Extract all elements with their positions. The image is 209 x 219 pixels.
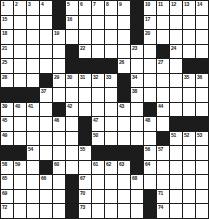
cell[interactable] bbox=[79, 30, 91, 44]
cell[interactable]: 70 bbox=[79, 190, 91, 204]
black-cell bbox=[66, 59, 78, 73]
cell[interactable] bbox=[105, 45, 117, 59]
clue-number: 55 bbox=[80, 146, 85, 152]
cell[interactable]: 39 bbox=[1, 103, 13, 117]
black-cell bbox=[118, 146, 130, 160]
cell[interactable] bbox=[196, 16, 208, 30]
cell[interactable] bbox=[105, 175, 117, 189]
cell[interactable] bbox=[92, 175, 104, 189]
black-cell bbox=[144, 204, 156, 218]
cell[interactable]: 25 bbox=[1, 59, 13, 73]
cell[interactable] bbox=[105, 103, 117, 117]
cell[interactable]: 31 bbox=[79, 74, 91, 88]
cell[interactable] bbox=[92, 103, 104, 117]
clue-number: 52 bbox=[184, 132, 189, 138]
cell[interactable] bbox=[131, 103, 143, 117]
clue-number: 21 bbox=[2, 45, 7, 51]
clue-number: 13 bbox=[184, 1, 189, 7]
cell[interactable]: 48 bbox=[144, 117, 156, 131]
cell[interactable]: 9 bbox=[118, 1, 130, 15]
cell[interactable] bbox=[183, 204, 195, 218]
cell[interactable] bbox=[196, 30, 208, 44]
clue-number: 7 bbox=[93, 1, 96, 7]
cell[interactable] bbox=[14, 30, 26, 44]
clue-number: 16 bbox=[67, 16, 72, 22]
cell[interactable] bbox=[183, 190, 195, 204]
black-cell bbox=[27, 88, 39, 102]
cell[interactable]: 51 bbox=[170, 132, 182, 146]
black-cell bbox=[79, 132, 91, 146]
cell[interactable] bbox=[144, 132, 156, 146]
clue-number: 58 bbox=[2, 161, 7, 167]
clue-number: 11 bbox=[158, 1, 163, 7]
black-cell bbox=[92, 146, 104, 160]
black-cell bbox=[1, 146, 13, 160]
cell[interactable]: 59 bbox=[14, 161, 26, 175]
black-cell bbox=[66, 190, 78, 204]
black-cell bbox=[53, 103, 65, 117]
clue-number: 68 bbox=[132, 175, 137, 181]
cell[interactable] bbox=[105, 132, 117, 146]
cell[interactable] bbox=[131, 204, 143, 218]
cell[interactable]: 63 bbox=[118, 161, 130, 175]
cell[interactable]: 30 bbox=[66, 74, 78, 88]
cell[interactable]: 57 bbox=[157, 146, 169, 160]
cell[interactable] bbox=[157, 117, 169, 131]
cell[interactable] bbox=[27, 175, 39, 189]
clue-number: 64 bbox=[145, 161, 150, 167]
clue-number: 6 bbox=[80, 1, 83, 7]
clue-number: 17 bbox=[145, 16, 150, 22]
cell[interactable] bbox=[53, 88, 65, 102]
cell[interactable] bbox=[170, 103, 182, 117]
cell[interactable] bbox=[53, 175, 65, 189]
cell[interactable] bbox=[183, 88, 195, 102]
cell[interactable] bbox=[14, 132, 26, 146]
clue-number: 48 bbox=[145, 117, 150, 123]
clue-number: 49 bbox=[2, 132, 7, 138]
cell[interactable] bbox=[157, 16, 169, 30]
cell[interactable]: 44 bbox=[157, 103, 169, 117]
cell[interactable]: 20 bbox=[144, 30, 156, 44]
cell[interactable] bbox=[157, 74, 169, 88]
cell[interactable]: 73 bbox=[79, 204, 91, 218]
clue-number: 67 bbox=[80, 175, 85, 181]
cell[interactable]: 21 bbox=[1, 45, 13, 59]
black-cell bbox=[92, 59, 104, 73]
cell[interactable] bbox=[170, 204, 182, 218]
cell[interactable] bbox=[92, 88, 104, 102]
cell[interactable] bbox=[92, 16, 104, 30]
clue-number: 30 bbox=[67, 74, 72, 80]
cell[interactable] bbox=[183, 30, 195, 44]
cell[interactable] bbox=[27, 132, 39, 146]
cell[interactable]: 16 bbox=[66, 16, 78, 30]
cell[interactable]: 43 bbox=[118, 103, 130, 117]
black-cell bbox=[157, 132, 169, 146]
clue-number: 66 bbox=[41, 175, 46, 181]
cell[interactable] bbox=[170, 146, 182, 160]
cell[interactable] bbox=[79, 16, 91, 30]
cell[interactable]: 1 bbox=[1, 1, 13, 15]
black-cell bbox=[118, 88, 130, 102]
black-cell bbox=[118, 74, 130, 88]
black-cell bbox=[66, 45, 78, 59]
clue-number: 29 bbox=[54, 74, 59, 80]
cell[interactable] bbox=[170, 88, 182, 102]
black-cell bbox=[53, 1, 65, 15]
cell[interactable] bbox=[40, 59, 52, 73]
cell[interactable] bbox=[196, 103, 208, 117]
cell[interactable]: 10 bbox=[144, 1, 156, 15]
cell[interactable]: 56 bbox=[144, 146, 156, 160]
clue-number: 74 bbox=[158, 204, 163, 210]
cell[interactable]: 38 bbox=[131, 88, 143, 102]
cell[interactable]: 53 bbox=[196, 132, 208, 146]
cell[interactable] bbox=[105, 16, 117, 30]
black-cell bbox=[40, 161, 52, 175]
crossword-board: 1234567891011121314151617181920212223242… bbox=[0, 0, 209, 219]
cell[interactable] bbox=[157, 175, 169, 189]
clue-number: 8 bbox=[106, 1, 109, 7]
cell[interactable]: 42 bbox=[66, 103, 78, 117]
cell[interactable]: 23 bbox=[131, 45, 143, 59]
cell[interactable] bbox=[14, 74, 26, 88]
cell[interactable]: 40 bbox=[14, 103, 26, 117]
cell[interactable] bbox=[14, 45, 26, 59]
cell[interactable]: 50 bbox=[92, 132, 104, 146]
clue-number: 42 bbox=[67, 103, 72, 109]
cell[interactable] bbox=[183, 161, 195, 175]
cell[interactable]: 69 bbox=[1, 190, 13, 204]
cell[interactable]: 12 bbox=[170, 1, 182, 15]
cell[interactable]: 62 bbox=[105, 161, 117, 175]
black-cell bbox=[14, 146, 26, 160]
cell[interactable] bbox=[40, 146, 52, 160]
clue-number: 32 bbox=[93, 74, 98, 80]
cell[interactable] bbox=[183, 146, 195, 160]
black-cell bbox=[14, 88, 26, 102]
cell[interactable] bbox=[40, 30, 52, 44]
cell[interactable]: 68 bbox=[131, 175, 143, 189]
cell[interactable]: 28 bbox=[1, 74, 13, 88]
black-cell bbox=[131, 30, 143, 44]
clue-number: 3 bbox=[28, 1, 31, 7]
cell[interactable] bbox=[170, 190, 182, 204]
cell[interactable]: 72 bbox=[1, 204, 13, 218]
cell[interactable] bbox=[14, 204, 26, 218]
cell[interactable] bbox=[105, 117, 117, 131]
cell[interactable] bbox=[118, 190, 130, 204]
black-cell bbox=[183, 117, 195, 131]
cell[interactable] bbox=[66, 161, 78, 175]
cell[interactable] bbox=[196, 45, 208, 59]
clue-number: 1 bbox=[2, 1, 5, 7]
cell[interactable]: 6 bbox=[79, 1, 91, 15]
cell[interactable] bbox=[14, 59, 26, 73]
clue-number: 65 bbox=[2, 175, 7, 181]
black-cell bbox=[66, 175, 78, 189]
clue-number: 27 bbox=[158, 59, 163, 65]
clue-number: 37 bbox=[41, 88, 46, 94]
cell[interactable] bbox=[196, 88, 208, 102]
cell[interactable] bbox=[118, 204, 130, 218]
cell[interactable]: 22 bbox=[79, 45, 91, 59]
cell[interactable] bbox=[105, 190, 117, 204]
cell[interactable]: 13 bbox=[183, 1, 195, 15]
cell[interactable]: 18 bbox=[1, 30, 13, 44]
clue-number: 44 bbox=[158, 103, 163, 109]
clue-number: 18 bbox=[2, 30, 7, 36]
cell[interactable] bbox=[53, 190, 65, 204]
cell[interactable] bbox=[170, 74, 182, 88]
cell[interactable] bbox=[40, 204, 52, 218]
cell[interactable] bbox=[53, 45, 65, 59]
cell[interactable] bbox=[118, 45, 130, 59]
cell[interactable] bbox=[92, 190, 104, 204]
clue-number: 14 bbox=[197, 1, 202, 7]
cell[interactable] bbox=[27, 74, 39, 88]
cell[interactable]: 54 bbox=[27, 146, 39, 160]
cell[interactable] bbox=[53, 204, 65, 218]
cell[interactable]: 58 bbox=[1, 161, 13, 175]
cell[interactable] bbox=[66, 117, 78, 131]
cell[interactable]: 17 bbox=[144, 16, 156, 30]
clue-number: 43 bbox=[119, 103, 124, 109]
black-cell bbox=[131, 16, 143, 30]
cell[interactable]: 35 bbox=[183, 74, 195, 88]
cell[interactable] bbox=[27, 30, 39, 44]
cell[interactable]: 64 bbox=[144, 161, 156, 175]
cell[interactable] bbox=[144, 175, 156, 189]
cell[interactable]: 34 bbox=[131, 74, 143, 88]
cell[interactable] bbox=[170, 175, 182, 189]
clue-number: 72 bbox=[2, 204, 7, 210]
clue-number: 35 bbox=[184, 74, 189, 80]
cell[interactable] bbox=[183, 175, 195, 189]
cell[interactable]: 52 bbox=[183, 132, 195, 146]
cell[interactable]: 65 bbox=[1, 175, 13, 189]
cell[interactable] bbox=[92, 204, 104, 218]
black-cell bbox=[105, 146, 117, 160]
clue-number: 70 bbox=[80, 190, 85, 196]
cell[interactable] bbox=[66, 30, 78, 44]
black-cell bbox=[196, 117, 208, 131]
clue-number: 41 bbox=[28, 103, 33, 109]
cell[interactable] bbox=[27, 190, 39, 204]
cell[interactable]: 24 bbox=[170, 45, 182, 59]
cell[interactable] bbox=[40, 117, 52, 131]
cell[interactable] bbox=[196, 161, 208, 175]
cell[interactable] bbox=[118, 175, 130, 189]
cell[interactable] bbox=[66, 132, 78, 146]
clue-number: 69 bbox=[2, 190, 7, 196]
black-cell bbox=[131, 161, 143, 175]
clue-number: 45 bbox=[2, 117, 7, 123]
clue-number: 50 bbox=[93, 132, 98, 138]
cell[interactable] bbox=[40, 190, 52, 204]
cell[interactable] bbox=[118, 16, 130, 30]
clue-number: 12 bbox=[171, 1, 176, 7]
cell[interactable] bbox=[196, 190, 208, 204]
cell[interactable] bbox=[14, 175, 26, 189]
cell[interactable] bbox=[105, 30, 117, 44]
black-cell bbox=[40, 74, 52, 88]
cell[interactable] bbox=[183, 45, 195, 59]
clue-number: 54 bbox=[28, 146, 33, 152]
clue-number: 23 bbox=[132, 45, 137, 51]
clue-number: 63 bbox=[119, 161, 124, 167]
cell[interactable] bbox=[40, 103, 52, 117]
clue-number: 62 bbox=[106, 161, 111, 167]
cell[interactable]: 26 bbox=[118, 59, 130, 73]
cell[interactable]: 2 bbox=[14, 1, 26, 15]
clue-number: 20 bbox=[145, 30, 150, 36]
cell[interactable] bbox=[40, 16, 52, 30]
cell[interactable] bbox=[118, 117, 130, 131]
cell[interactable] bbox=[131, 117, 143, 131]
black-cell bbox=[131, 146, 143, 160]
cell[interactable] bbox=[79, 103, 91, 117]
cell[interactable] bbox=[40, 132, 52, 146]
cell[interactable] bbox=[53, 146, 65, 160]
cell[interactable] bbox=[118, 30, 130, 44]
clue-number: 59 bbox=[15, 161, 20, 167]
cell[interactable]: 4 bbox=[40, 1, 52, 15]
cell[interactable] bbox=[27, 204, 39, 218]
cell[interactable]: 49 bbox=[1, 132, 13, 146]
clue-number: 10 bbox=[145, 1, 150, 7]
cell[interactable]: 74 bbox=[157, 204, 169, 218]
cell[interactable] bbox=[66, 146, 78, 160]
cell[interactable]: 45 bbox=[1, 117, 13, 131]
cell[interactable] bbox=[79, 161, 91, 175]
cell[interactable]: 14 bbox=[196, 1, 208, 15]
clue-number: 26 bbox=[119, 59, 124, 65]
cell[interactable] bbox=[105, 204, 117, 218]
cell[interactable]: 29 bbox=[53, 74, 65, 88]
cell[interactable]: 41 bbox=[27, 103, 39, 117]
cell[interactable] bbox=[14, 16, 26, 30]
cell[interactable]: 8 bbox=[105, 1, 117, 15]
cell[interactable] bbox=[183, 103, 195, 117]
cell[interactable] bbox=[40, 45, 52, 59]
clue-number: 24 bbox=[171, 45, 176, 51]
cell[interactable]: 11 bbox=[157, 1, 169, 15]
clue-number: 33 bbox=[106, 74, 111, 80]
clue-number: 71 bbox=[158, 190, 163, 196]
cell[interactable]: 19 bbox=[53, 30, 65, 44]
cell[interactable] bbox=[27, 117, 39, 131]
clue-number: 60 bbox=[54, 161, 59, 167]
cell[interactable]: 71 bbox=[157, 190, 169, 204]
cell[interactable]: 15 bbox=[1, 16, 13, 30]
cell[interactable] bbox=[170, 59, 182, 73]
clue-number: 9 bbox=[119, 1, 122, 7]
clue-number: 61 bbox=[93, 161, 98, 167]
cell[interactable] bbox=[105, 88, 117, 102]
clue-number: 15 bbox=[2, 16, 7, 22]
cell[interactable]: 27 bbox=[157, 59, 169, 73]
cell[interactable] bbox=[170, 30, 182, 44]
clue-number: 47 bbox=[93, 117, 98, 123]
black-cell bbox=[66, 204, 78, 218]
clue-number: 22 bbox=[80, 45, 85, 51]
black-cell bbox=[79, 117, 91, 131]
cell[interactable]: 33 bbox=[105, 74, 117, 88]
cell[interactable] bbox=[157, 88, 169, 102]
cell[interactable] bbox=[27, 59, 39, 73]
cell[interactable] bbox=[53, 59, 65, 73]
clue-number: 5 bbox=[67, 1, 70, 7]
cell[interactable]: 37 bbox=[40, 88, 52, 102]
cell[interactable]: 3 bbox=[27, 1, 39, 15]
cell[interactable] bbox=[157, 30, 169, 44]
black-cell bbox=[170, 117, 182, 131]
cell[interactable]: 32 bbox=[92, 74, 104, 88]
cell[interactable] bbox=[196, 175, 208, 189]
cell[interactable] bbox=[144, 74, 156, 88]
cell[interactable]: 7 bbox=[92, 1, 104, 15]
cell[interactable] bbox=[131, 132, 143, 146]
cell[interactable] bbox=[66, 88, 78, 102]
cell[interactable] bbox=[144, 88, 156, 102]
clue-number: 19 bbox=[54, 30, 59, 36]
clue-number: 31 bbox=[80, 74, 85, 80]
cell[interactable] bbox=[131, 190, 143, 204]
cell[interactable] bbox=[14, 190, 26, 204]
cell[interactable]: 5 bbox=[66, 1, 78, 15]
cell[interactable] bbox=[92, 45, 104, 59]
cell[interactable]: 60 bbox=[53, 161, 65, 175]
clue-number: 73 bbox=[80, 204, 85, 210]
cell[interactable] bbox=[196, 146, 208, 160]
cell[interactable] bbox=[79, 88, 91, 102]
cell[interactable] bbox=[170, 16, 182, 30]
cell[interactable] bbox=[144, 45, 156, 59]
cell[interactable] bbox=[144, 59, 156, 73]
crossword-grid: 1234567891011121314151617181920212223242… bbox=[0, 0, 209, 219]
cell[interactable] bbox=[131, 59, 143, 73]
cell[interactable] bbox=[170, 161, 182, 175]
clue-number: 56 bbox=[145, 146, 150, 152]
cell[interactable]: 61 bbox=[92, 161, 104, 175]
cell[interactable] bbox=[27, 16, 39, 30]
cell[interactable] bbox=[92, 30, 104, 44]
cell[interactable]: 36 bbox=[196, 74, 208, 88]
cell[interactable] bbox=[183, 16, 195, 30]
cell[interactable] bbox=[27, 45, 39, 59]
clue-number: 36 bbox=[197, 74, 202, 80]
cell[interactable] bbox=[14, 117, 26, 131]
cell[interactable]: 66 bbox=[40, 175, 52, 189]
black-cell bbox=[79, 59, 91, 73]
cell[interactable] bbox=[27, 161, 39, 175]
cell[interactable] bbox=[196, 204, 208, 218]
black-cell bbox=[53, 16, 65, 30]
cell[interactable]: 67 bbox=[79, 175, 91, 189]
cell[interactable]: 46 bbox=[53, 117, 65, 131]
cell[interactable] bbox=[118, 132, 130, 146]
black-cell bbox=[131, 1, 143, 15]
cell[interactable] bbox=[53, 132, 65, 146]
cell[interactable]: 47 bbox=[92, 117, 104, 131]
cell[interactable] bbox=[157, 161, 169, 175]
cell[interactable]: 55 bbox=[79, 146, 91, 160]
black-cell bbox=[105, 59, 117, 73]
clue-number: 4 bbox=[41, 1, 44, 7]
clue-number: 34 bbox=[132, 74, 137, 80]
